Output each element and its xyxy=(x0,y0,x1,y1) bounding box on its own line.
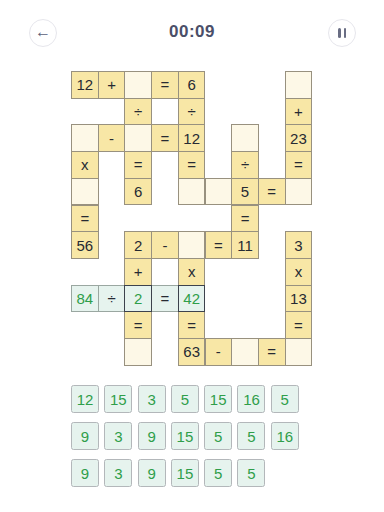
pause-icon xyxy=(338,28,341,38)
number-tile[interactable]: 12 xyxy=(71,385,99,413)
board-cell-empty[interactable] xyxy=(231,338,259,366)
game-timer: 00:09 xyxy=(0,22,384,42)
board-cell: = xyxy=(151,285,179,313)
puzzle-board: 12+=6÷÷+-=1223x==÷=65===562-=113+xx84÷2=… xyxy=(71,71,313,366)
number-tile[interactable]: 5 xyxy=(204,459,232,487)
board-cell: 5 xyxy=(231,178,259,206)
board-cell: = xyxy=(205,231,233,259)
number-tile[interactable]: 3 xyxy=(138,385,166,413)
number-tile[interactable]: 16 xyxy=(271,422,299,450)
board-cell: = xyxy=(285,151,313,179)
board-cell: 63 xyxy=(178,338,206,366)
board-cell: - xyxy=(205,338,233,366)
board-cell[interactable]: 2 xyxy=(124,285,152,313)
board-cell: 12 xyxy=(71,71,99,99)
pause-button[interactable] xyxy=(328,19,356,47)
number-tile[interactable]: 9 xyxy=(138,459,166,487)
board-cell-empty[interactable] xyxy=(124,124,152,152)
board-cell-empty[interactable] xyxy=(285,178,313,206)
board-cell-empty[interactable] xyxy=(71,124,99,152)
board-cell: = xyxy=(258,178,286,206)
board-cell[interactable]: 42 xyxy=(178,285,206,313)
board-cell: 12 xyxy=(178,124,206,152)
board-cell: ÷ xyxy=(231,151,259,179)
number-tile[interactable]: 15 xyxy=(204,385,232,413)
board-cell: = xyxy=(124,151,152,179)
board-cell: = xyxy=(285,311,313,339)
board-cell-empty[interactable] xyxy=(285,71,313,99)
board-cell: = xyxy=(151,124,179,152)
number-tile[interactable]: 15 xyxy=(171,459,199,487)
board-cell: 6 xyxy=(124,178,152,206)
number-tile[interactable]: 3 xyxy=(104,422,132,450)
board-cell: = xyxy=(124,311,152,339)
crossmath-screen: ← 00:09 12+=6÷÷+-=1223x==÷=65===562-=113… xyxy=(0,0,384,512)
board-cell: + xyxy=(124,258,152,286)
number-tile[interactable]: 3 xyxy=(104,459,132,487)
tile-tray-row: 12153515165 xyxy=(71,385,299,413)
board-cell-empty[interactable] xyxy=(178,231,206,259)
board-cell: - xyxy=(98,124,126,152)
board-cell: = xyxy=(71,205,99,233)
board-cell: 11 xyxy=(231,231,259,259)
number-tile[interactable]: 5 xyxy=(237,422,265,450)
number-tile[interactable]: 15 xyxy=(171,422,199,450)
board-cell: x xyxy=(178,258,206,286)
number-tile[interactable]: 16 xyxy=(237,385,265,413)
tile-tray-row: 939155516 xyxy=(71,422,299,450)
board-cell: 6 xyxy=(178,71,206,99)
number-tile[interactable]: 9 xyxy=(71,422,99,450)
board-cell: 84 xyxy=(71,285,99,313)
number-tile[interactable]: 9 xyxy=(71,459,99,487)
number-tile[interactable]: 5 xyxy=(237,459,265,487)
number-tile[interactable]: 15 xyxy=(104,385,132,413)
board-cell-empty[interactable] xyxy=(285,338,313,366)
number-tile[interactable]: 5 xyxy=(171,385,199,413)
board-cell: = xyxy=(258,338,286,366)
pause-icon xyxy=(344,28,347,38)
board-cell-empty[interactable] xyxy=(178,178,206,206)
board-cell-empty[interactable] xyxy=(124,338,152,366)
number-tile[interactable]: 5 xyxy=(271,385,299,413)
board-cell: x xyxy=(71,151,99,179)
board-cell: 3 xyxy=(285,231,313,259)
number-tile[interactable]: 5 xyxy=(204,422,232,450)
number-tile[interactable]: 9 xyxy=(138,422,166,450)
board-cell-empty[interactable] xyxy=(124,71,152,99)
board-cell-empty[interactable] xyxy=(205,178,233,206)
board-cell: 56 xyxy=(71,231,99,259)
board-cell: ÷ xyxy=(124,98,152,126)
board-cell: 23 xyxy=(285,124,313,152)
board-cell: = xyxy=(151,71,179,99)
board-cell-empty[interactable] xyxy=(231,124,259,152)
board-cell-empty[interactable] xyxy=(71,178,99,206)
board-cell: + xyxy=(98,71,126,99)
board-cell: + xyxy=(285,98,313,126)
board-cell: x xyxy=(285,258,313,286)
board-cell: 2 xyxy=(124,231,152,259)
board-cell: = xyxy=(231,205,259,233)
tile-tray: 121535151659391555169391555 xyxy=(71,385,299,487)
board-cell: ÷ xyxy=(98,285,126,313)
board-cell: 13 xyxy=(285,285,313,313)
board-cell: - xyxy=(151,231,179,259)
board-cell: = xyxy=(178,311,206,339)
board-cell: ÷ xyxy=(178,98,206,126)
board-cell: = xyxy=(178,151,206,179)
tile-tray-row: 9391555 xyxy=(71,459,299,487)
